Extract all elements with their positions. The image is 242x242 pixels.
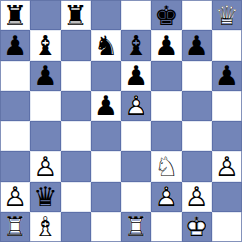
piece-black-pawn[interactable]: ♟ [212, 61, 242, 91]
square-a1[interactable]: ♜♖ [0, 212, 30, 242]
square-a8[interactable]: ♜ [0, 0, 30, 30]
chess-board-container: ♜♜♚♛♕♟♝♞♝♟♟♟♟♟♟♟♙♟♙♞♘♟♙♟♙♛♟♙♟♙♜♖♝♗♜♖♚♔ [0, 0, 242, 242]
piece-black-bishop[interactable]: ♝ [30, 30, 60, 60]
square-a7[interactable]: ♟ [0, 30, 30, 60]
piece-black-pawn[interactable]: ♟ [121, 61, 151, 91]
square-c7[interactable] [61, 30, 91, 60]
square-a4[interactable] [0, 121, 30, 151]
white-pawn-icon: ♙ [212, 151, 242, 181]
white-pawn-icon: ♙ [121, 91, 151, 121]
square-e3[interactable] [121, 151, 151, 181]
square-c8[interactable]: ♜ [61, 0, 91, 30]
piece-black-pawn[interactable]: ♟ [30, 61, 60, 91]
square-h7[interactable] [212, 30, 242, 60]
square-g6[interactable] [182, 61, 212, 91]
square-c3[interactable] [61, 151, 91, 181]
piece-white-pawn[interactable]: ♟♙ [182, 182, 212, 212]
square-d1[interactable] [91, 212, 121, 242]
square-b7[interactable]: ♝ [30, 30, 60, 60]
piece-white-queen[interactable]: ♛♕ [212, 0, 242, 30]
piece-white-pawn[interactable]: ♟♙ [30, 151, 60, 181]
square-f4[interactable] [151, 121, 181, 151]
white-rook-icon: ♖ [121, 212, 151, 242]
square-b6[interactable]: ♟ [30, 61, 60, 91]
piece-black-rook[interactable]: ♜ [61, 0, 91, 30]
square-d6[interactable] [91, 61, 121, 91]
square-b8[interactable] [30, 0, 60, 30]
piece-black-bishop[interactable]: ♝ [121, 30, 151, 60]
square-h2[interactable] [212, 182, 242, 212]
white-queen-icon: ♕ [212, 0, 242, 30]
square-g5[interactable] [182, 91, 212, 121]
square-g4[interactable] [182, 121, 212, 151]
white-bishop-icon: ♗ [30, 212, 60, 242]
square-g8[interactable] [182, 0, 212, 30]
white-pawn-icon: ♙ [30, 151, 60, 181]
square-f5[interactable] [151, 91, 181, 121]
piece-white-rook[interactable]: ♜♖ [121, 212, 151, 242]
piece-black-queen[interactable]: ♛ [30, 182, 60, 212]
piece-black-pawn[interactable]: ♟ [0, 30, 30, 60]
piece-white-knight[interactable]: ♞♘ [151, 151, 181, 181]
square-h3[interactable]: ♟♙ [212, 151, 242, 181]
square-e5[interactable]: ♟♙ [121, 91, 151, 121]
white-pawn-icon: ♙ [0, 182, 30, 212]
piece-white-rook[interactable]: ♜♖ [0, 212, 30, 242]
white-king-icon: ♔ [182, 212, 212, 242]
piece-white-pawn[interactable]: ♟♙ [151, 182, 181, 212]
square-f2[interactable]: ♟♙ [151, 182, 181, 212]
square-a2[interactable]: ♟♙ [0, 182, 30, 212]
square-c5[interactable] [61, 91, 91, 121]
piece-black-pawn[interactable]: ♟ [182, 30, 212, 60]
piece-white-pawn[interactable]: ♟♙ [0, 182, 30, 212]
square-d7[interactable]: ♞ [91, 30, 121, 60]
square-e6[interactable]: ♟ [121, 61, 151, 91]
square-h8[interactable]: ♛♕ [212, 0, 242, 30]
square-g7[interactable]: ♟ [182, 30, 212, 60]
piece-black-pawn[interactable]: ♟ [151, 30, 181, 60]
piece-black-rook[interactable]: ♜ [0, 0, 30, 30]
square-f7[interactable]: ♟ [151, 30, 181, 60]
square-g3[interactable] [182, 151, 212, 181]
white-pawn-icon: ♙ [151, 182, 181, 212]
square-g2[interactable]: ♟♙ [182, 182, 212, 212]
square-b3[interactable]: ♟♙ [30, 151, 60, 181]
piece-black-pawn[interactable]: ♟ [91, 91, 121, 121]
square-c2[interactable] [61, 182, 91, 212]
chess-board: ♜♜♚♛♕♟♝♞♝♟♟♟♟♟♟♟♙♟♙♞♘♟♙♟♙♛♟♙♟♙♜♖♝♗♜♖♚♔ [0, 0, 242, 242]
piece-white-pawn[interactable]: ♟♙ [121, 91, 151, 121]
square-b4[interactable] [30, 121, 60, 151]
piece-white-bishop[interactable]: ♝♗ [30, 212, 60, 242]
square-d3[interactable] [91, 151, 121, 181]
square-h5[interactable] [212, 91, 242, 121]
square-e2[interactable] [121, 182, 151, 212]
white-pawn-icon: ♙ [182, 182, 212, 212]
piece-black-knight[interactable]: ♞ [91, 30, 121, 60]
white-rook-icon: ♖ [0, 212, 30, 242]
square-e8[interactable] [121, 0, 151, 30]
square-f3[interactable]: ♞♘ [151, 151, 181, 181]
square-d5[interactable]: ♟ [91, 91, 121, 121]
piece-white-pawn[interactable]: ♟♙ [212, 151, 242, 181]
square-e1[interactable]: ♜♖ [121, 212, 151, 242]
square-c4[interactable] [61, 121, 91, 151]
square-f1[interactable] [151, 212, 181, 242]
square-h1[interactable] [212, 212, 242, 242]
square-b1[interactable]: ♝♗ [30, 212, 60, 242]
square-g1[interactable]: ♚♔ [182, 212, 212, 242]
square-a5[interactable] [0, 91, 30, 121]
square-b2[interactable]: ♛ [30, 182, 60, 212]
square-a6[interactable] [0, 61, 30, 91]
square-d8[interactable] [91, 0, 121, 30]
square-f6[interactable] [151, 61, 181, 91]
square-e4[interactable] [121, 121, 151, 151]
square-b5[interactable] [30, 91, 60, 121]
square-d2[interactable] [91, 182, 121, 212]
square-f8[interactable]: ♚ [151, 0, 181, 30]
square-c6[interactable] [61, 61, 91, 91]
square-h4[interactable] [212, 121, 242, 151]
square-d4[interactable] [91, 121, 121, 151]
square-h6[interactable]: ♟ [212, 61, 242, 91]
white-knight-icon: ♘ [151, 151, 181, 181]
square-a3[interactable] [0, 151, 30, 181]
square-e7[interactable]: ♝ [121, 30, 151, 60]
square-c1[interactable] [61, 212, 91, 242]
piece-white-king[interactable]: ♚♔ [182, 212, 212, 242]
piece-black-king[interactable]: ♚ [151, 0, 181, 30]
